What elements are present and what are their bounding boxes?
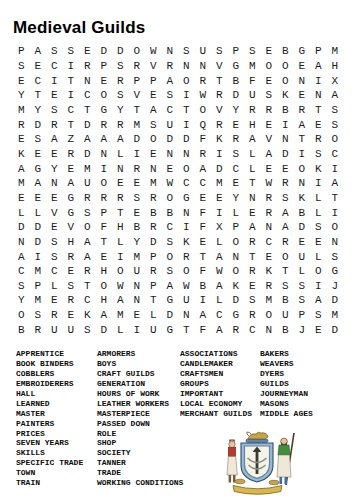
grid-cell-r2c6: P (96, 59, 113, 74)
grid-cell-r5c2: Y (30, 103, 47, 118)
grid-cell-r2c7: S (112, 59, 129, 74)
grid-cell-r9c3: Y (46, 161, 63, 176)
grid-cell-r4c15: U (244, 88, 261, 103)
grid-cell-r15c5: A (79, 249, 96, 264)
grid-cell-r7c16: V (261, 132, 278, 147)
grid-cell-r17c15: E (244, 279, 261, 294)
grid-cell-r6c2: D (30, 117, 47, 132)
word-list-item: SKILLS (16, 448, 83, 458)
grid-cell-r14c8: Y (129, 235, 146, 250)
grid-cell-r20c16: N (261, 322, 278, 337)
grid-cell-r16c13: W (211, 264, 228, 279)
grid-cell-r12c10: B (162, 205, 179, 220)
grid-cell-r1c10: N (162, 44, 179, 59)
grid-cell-r1c9: W (145, 44, 162, 59)
word-list-item: PRICES (16, 429, 83, 439)
grid-cell-r5c17: B (277, 103, 294, 118)
grid-cell-r15c16: E (261, 249, 278, 264)
grid-cell-r10c2: A (30, 176, 47, 191)
grid-cell-r12c15: E (244, 205, 261, 220)
grid-cell-r7c5: A (79, 132, 96, 147)
grid-cell-r8c20: C (327, 147, 344, 162)
grid-cell-r7c4: Z (63, 132, 80, 147)
word-list-column-3: ASSOCIATIONSCANDLEMAKERCRAFTSMENGROUPSIM… (180, 349, 252, 419)
page-title: Medieval Guilds (13, 18, 145, 38)
grid-cell-r18c5: C (79, 293, 96, 308)
grid-cell-r20c13: A (211, 322, 228, 337)
grid-cell-r12c20: I (327, 205, 344, 220)
grid-cell-r20c15: C (244, 322, 261, 337)
grid-cell-r16c6: H (96, 264, 113, 279)
grid-cell-r3c11: O (178, 73, 195, 88)
grid-cell-r6c3: R (46, 117, 63, 132)
grid-cell-r5c8: T (129, 103, 146, 118)
word-list-item: GENERATION (97, 379, 183, 389)
grid-cell-r15c15: T (244, 249, 261, 264)
grid-cell-r19c6: A (96, 308, 113, 323)
grid-cell-r6c12: Q (195, 117, 212, 132)
grid-cell-r16c3: C (46, 264, 63, 279)
grid-cell-r10c9: M (145, 176, 162, 191)
grid-cell-r6c17: I (277, 117, 294, 132)
grid-cell-r12c7: T (112, 205, 129, 220)
grid-cell-r3c8: P (129, 73, 146, 88)
grid-cell-r20c7: L (112, 322, 129, 337)
grid-cell-r6c13: R (211, 117, 228, 132)
grid-cell-r14c13: L (211, 235, 228, 250)
grid-cell-r5c18: R (294, 103, 311, 118)
grid-cell-r7c10: D (162, 132, 179, 147)
shield-icon (241, 443, 273, 482)
grid-cell-r7c2: S (30, 132, 47, 147)
grid-cell-r4c5: C (79, 88, 96, 103)
grid-cell-r9c17: E (277, 161, 294, 176)
grid-cell-r10c19: I (310, 176, 327, 191)
grid-cell-r13c12: F (195, 220, 212, 235)
grid-cell-r17c10: A (162, 279, 179, 294)
grid-cell-r7c11: D (178, 132, 195, 147)
grid-cell-r9c2: G (30, 161, 47, 176)
word-list-column-2: ARMORERSBOYSCRAFT GUILDSGENERATIONHOURS … (97, 349, 183, 488)
grid-cell-r17c20: J (327, 279, 344, 294)
grid-cell-r11c14: Y (228, 191, 245, 206)
grid-cell-r13c11: I (178, 220, 195, 235)
grid-cell-r13c18: D (294, 220, 311, 235)
grid-cell-r2c16: O (261, 59, 278, 74)
grid-cell-r5c13: V (211, 103, 228, 118)
grid-cell-r19c13: C (211, 308, 228, 323)
grid-cell-r20c12: F (195, 322, 212, 337)
grid-cell-r18c9: T (145, 293, 162, 308)
grid-cell-r20c3: U (46, 322, 63, 337)
word-list-item: WEAVERS (260, 359, 313, 369)
grid-cell-r13c2: D (30, 220, 47, 235)
grid-cell-r17c14: K (228, 279, 245, 294)
grid-cell-r7c8: D (129, 132, 146, 147)
grid-cell-r16c16: K (261, 264, 278, 279)
grid-cell-r5c5: T (79, 103, 96, 118)
grid-cell-r18c3: E (46, 293, 63, 308)
grid-cell-r13c10: C (162, 220, 179, 235)
grid-cell-r5c7: Y (112, 103, 129, 118)
grid-cell-r2c20: H (327, 59, 344, 74)
word-search-page: Medieval Guilds PASSEDDOWNSUSPSEBGPMSECI… (0, 0, 353, 500)
grid-cell-r3c5: N (79, 73, 96, 88)
grid-cell-r12c17: A (277, 205, 294, 220)
word-list-item: SOCIETY (97, 448, 183, 458)
grid-cell-r16c10: S (162, 264, 179, 279)
grid-cell-r18c16: M (261, 293, 278, 308)
grid-cell-r20c19: E (310, 322, 327, 337)
grid-cell-r18c19: A (310, 293, 327, 308)
grid-cell-r19c7: M (112, 308, 129, 323)
grid-cell-r16c1: C (13, 264, 30, 279)
grid-cell-r3c16: E (261, 73, 278, 88)
grid-cell-r7c15: A (244, 132, 261, 147)
grid-cell-r1c3: S (46, 44, 63, 59)
grid-cell-r8c11: N (178, 147, 195, 162)
grid-cell-r17c7: W (112, 279, 129, 294)
grid-cell-r8c18: I (294, 147, 311, 162)
word-list-item: SPECIFIC TRADE (16, 458, 83, 468)
grid-cell-r9c8: R (129, 161, 146, 176)
grid-cell-r15c4: R (63, 249, 80, 264)
grid-cell-r1c8: O (129, 44, 146, 59)
grid-cell-r6c1: R (13, 117, 30, 132)
word-list-item: TANNER (97, 458, 183, 468)
grid-cell-r1c13: S (211, 44, 228, 59)
grid-cell-r17c19: I (310, 279, 327, 294)
grid-cell-r1c11: S (178, 44, 195, 59)
grid-cell-r10c16: W (261, 176, 278, 191)
grid-cell-r10c8: E (129, 176, 146, 191)
grid-cell-r1c19: P (310, 44, 327, 59)
grid-cell-r11c12: E (195, 191, 212, 206)
grid-cell-r19c11: N (178, 308, 195, 323)
grid-cell-r20c14: R (228, 322, 245, 337)
grid-cell-r14c4: H (63, 235, 80, 250)
grid-cell-r6c16: E (261, 117, 278, 132)
grid-cell-r5c1: M (13, 103, 30, 118)
grid-cell-r9c12: A (195, 161, 212, 176)
grid-cell-r9c1: A (13, 161, 30, 176)
grid-cell-r3c2: C (30, 73, 47, 88)
grid-cell-r18c17: B (277, 293, 294, 308)
grid-cell-r16c5: R (79, 264, 96, 279)
grid-cell-r15c14: N (228, 249, 245, 264)
grid-cell-r4c19: N (310, 88, 327, 103)
grid-cell-r11c4: G (63, 191, 80, 206)
grid-cell-r12c14: L (228, 205, 245, 220)
grid-cell-r4c17: K (277, 88, 294, 103)
grid-cell-r18c11: U (178, 293, 195, 308)
grid-cell-r10c4: A (63, 176, 80, 191)
word-list-item: JOURNEYMAN (260, 389, 313, 399)
grid-cell-r6c9: S (145, 117, 162, 132)
grid-cell-r9c15: L (244, 161, 261, 176)
grid-cell-r8c13: I (211, 147, 228, 162)
grid-cell-r11c18: K (294, 191, 311, 206)
grid-cell-r8c19: S (310, 147, 327, 162)
grid-cell-r7c3: A (46, 132, 63, 147)
grid-cell-r11c2: E (30, 191, 47, 206)
grid-cell-r19c15: R (244, 308, 261, 323)
grid-cell-r17c2: P (30, 279, 47, 294)
grid-cell-r17c16: R (261, 279, 278, 294)
grid-cell-r6c18: A (294, 117, 311, 132)
grid-cell-r5c19: T (310, 103, 327, 118)
grid-cell-r8c12: R (195, 147, 212, 162)
grid-cell-r18c18: S (294, 293, 311, 308)
grid-cell-r9c4: E (63, 161, 80, 176)
grid-cell-r15c13: A (211, 249, 228, 264)
grid-cell-r19c1: O (13, 308, 30, 323)
grid-cell-r2c11: N (178, 59, 195, 74)
grid-cell-r16c15: R (244, 264, 261, 279)
grid-cell-r9c18: O (294, 161, 311, 176)
grid-cell-r1c2: A (30, 44, 47, 59)
grid-cell-r10c10: W (162, 176, 179, 191)
grid-cell-r13c15: A (244, 220, 261, 235)
grid-cell-r20c5: S (79, 322, 96, 337)
grid-cell-r14c7: L (112, 235, 129, 250)
grid-cell-r3c4: T (63, 73, 80, 88)
grid-cell-r15c11: R (178, 249, 195, 264)
grid-cell-r11c17: S (277, 191, 294, 206)
grid-cell-r13c9: R (145, 220, 162, 235)
grid-cell-r2c5: R (79, 59, 96, 74)
grid-cell-r10c6: O (96, 176, 113, 191)
grid-cell-r4c8: V (129, 88, 146, 103)
grid-cell-r3c14: B (228, 73, 245, 88)
grid-cell-r17c13: A (211, 279, 228, 294)
grid-cell-r19c2: S (30, 308, 47, 323)
grid-cell-r17c9: P (145, 279, 162, 294)
word-list-item: GROUPS (180, 379, 252, 389)
grid-cell-r12c19: L (310, 205, 327, 220)
grid-cell-r1c16: E (261, 44, 278, 59)
grid-cell-r15c3: S (46, 249, 63, 264)
grid-cell-r16c8: U (129, 264, 146, 279)
grid-cell-r6c7: R (112, 117, 129, 132)
grid-cell-r15c17: O (277, 249, 294, 264)
grid-cell-r11c16: R (261, 191, 278, 206)
grid-cell-r3c18: N (294, 73, 311, 88)
grid-cell-r2c13: V (211, 59, 228, 74)
grid-cell-r3c10: A (162, 73, 179, 88)
grid-cell-r20c10: G (162, 322, 179, 337)
grid-cell-r6c10: U (162, 117, 179, 132)
grid-cell-r3c19: I (310, 73, 327, 88)
grid-cell-r15c6: E (96, 249, 113, 264)
grid-cell-r1c18: G (294, 44, 311, 59)
grid-cell-r5c9: A (145, 103, 162, 118)
word-list-item: CRAFT GUILDS (97, 369, 183, 379)
grid-cell-r10c7: E (112, 176, 129, 191)
ornament-icon (269, 480, 279, 484)
grid-cell-r11c1: E (13, 191, 30, 206)
grid-cell-r2c18: E (294, 59, 311, 74)
grid-cell-r6c4: T (63, 117, 80, 132)
grid-cell-r9c5: M (79, 161, 96, 176)
grid-cell-r11c3: E (46, 191, 63, 206)
grid-cell-r7c20: O (327, 132, 344, 147)
grid-cell-r14c16: C (261, 235, 278, 250)
grid-cell-r13c5: O (79, 220, 96, 235)
grid-cell-r8c7: L (112, 147, 129, 162)
grid-cell-r19c5: K (79, 308, 96, 323)
grid-cell-r18c4: R (63, 293, 80, 308)
grid-cell-r20c1: B (13, 322, 30, 337)
grid-cell-r7c12: F (195, 132, 212, 147)
grid-cell-r6c5: D (79, 117, 96, 132)
grid-cell-r17c12: B (195, 279, 212, 294)
grid-cell-r1c17: B (277, 44, 294, 59)
word-list-item: BOOK BINDERS (16, 359, 83, 369)
grid-cell-r8c14: S (228, 147, 245, 162)
grid-cell-r8c2: E (30, 147, 47, 162)
grid-cell-r12c18: B (294, 205, 311, 220)
grid-cell-r11c6: R (96, 191, 113, 206)
word-list-item: MERCHANT GUILDS (180, 409, 252, 419)
grid-cell-r15c7: I (112, 249, 129, 264)
grid-cell-r4c2: T (30, 88, 47, 103)
grid-cell-r10c13: M (211, 176, 228, 191)
grid-cell-r2c4: I (63, 59, 80, 74)
grid-cell-r7c9: O (145, 132, 162, 147)
grid-cell-r1c6: D (96, 44, 113, 59)
grid-cell-r7c18: T (294, 132, 311, 147)
grid-cell-r13c19: S (310, 220, 327, 235)
grid-cell-r13c3: E (46, 220, 63, 235)
word-list-item: MIDDLE AGES (260, 409, 313, 419)
grid-cell-r17c3: L (46, 279, 63, 294)
grid-cell-r11c8: S (129, 191, 146, 206)
word-list-item: MASTER (16, 409, 83, 419)
ornament-icon (235, 479, 245, 483)
grid-cell-r5c20: S (327, 103, 344, 118)
word-list-item: MASTERPIECE (97, 409, 183, 419)
grid-cell-r1c5: E (79, 44, 96, 59)
grid-cell-r16c9: R (145, 264, 162, 279)
grid-cell-r12c8: E (129, 205, 146, 220)
grid-cell-r8c4: R (63, 147, 80, 162)
grid-cell-r17c11: W (178, 279, 195, 294)
grid-cell-r11c20: T (327, 191, 344, 206)
grid-cell-r12c9: B (145, 205, 162, 220)
word-list-item: CANDLEMAKER (180, 359, 252, 369)
grid-cell-r5c14: Y (228, 103, 245, 118)
grid-cell-r8c17: D (277, 147, 294, 162)
word-list-item: ARMORERS (97, 349, 183, 359)
grid-cell-r2c8: R (129, 59, 146, 74)
grid-cell-r3c7: R (112, 73, 129, 88)
grid-cell-r18c2: M (30, 293, 47, 308)
word-list-item: PASSED DOWN (97, 419, 183, 429)
grid-cell-r3c12: R (195, 73, 212, 88)
grid-cell-r1c14: P (228, 44, 245, 59)
grid-cell-r1c20: M (327, 44, 344, 59)
grid-cell-r5c3: S (46, 103, 63, 118)
grid-cell-r13c20: O (327, 220, 344, 235)
grid-cell-r8c6: N (96, 147, 113, 162)
grid-cell-r14c18: E (294, 235, 311, 250)
grid-cell-r14c10: S (162, 235, 179, 250)
grid-cell-r15c10: O (162, 249, 179, 264)
grid-cell-r19c18: P (294, 308, 311, 323)
word-list-item: TRAIN (16, 478, 83, 488)
left-supporter-figure (227, 440, 237, 483)
grid-cell-r17c1: S (13, 279, 30, 294)
grid-cell-r6c14: E (228, 117, 245, 132)
grid-cell-r14c3: S (46, 235, 63, 250)
word-list-item: MASONS (260, 399, 313, 409)
grid-cell-r8c9: E (145, 147, 162, 162)
grid-cell-r15c20: S (327, 249, 344, 264)
right-supporter-figure (277, 438, 291, 484)
grid-cell-r14c6: T (96, 235, 113, 250)
grid-cell-r20c20: D (327, 322, 344, 337)
grid-cell-r10c18: N (294, 176, 311, 191)
word-list-item: DYERS (260, 369, 313, 379)
grid-cell-r16c11: O (178, 264, 195, 279)
grid-cell-r9c19: K (310, 161, 327, 176)
grid-cell-r6c15: H (244, 117, 261, 132)
grid-cell-r16c18: L (294, 264, 311, 279)
grid-cell-r2c17: O (277, 59, 294, 74)
grid-cell-r7c1: E (13, 132, 30, 147)
grid-cell-r20c11: T (178, 322, 195, 337)
grid-cell-r14c9: D (145, 235, 162, 250)
grid-cell-r5c6: G (96, 103, 113, 118)
grid-cell-r16c20: G (327, 264, 344, 279)
grid-cell-r13c8: B (129, 220, 146, 235)
grid-cell-r2c12: N (195, 59, 212, 74)
grid-cell-r14c14: O (228, 235, 245, 250)
word-list-item: WORKING CONDITIONS (97, 478, 183, 488)
grid-cell-r3c17: O (277, 73, 294, 88)
grid-cell-r4c1: Y (13, 88, 30, 103)
grid-cell-r19c17: U (277, 308, 294, 323)
grid-cell-r19c10: D (162, 308, 179, 323)
grid-cell-r8c1: K (13, 147, 30, 162)
grid-cell-r9c7: N (112, 161, 129, 176)
grid-cell-r4c12: W (195, 88, 212, 103)
grid-cell-r19c16: O (261, 308, 278, 323)
grid-cell-r12c12: F (195, 205, 212, 220)
grid-cell-r17c6: O (96, 279, 113, 294)
grid-cell-r20c8: I (129, 322, 146, 337)
grid-cell-r17c18: S (294, 279, 311, 294)
motto-banner-icon (233, 486, 282, 495)
grid-cell-r2c9: V (145, 59, 162, 74)
grid-cell-r6c19: E (310, 117, 327, 132)
grid-cell-r11c9: R (145, 191, 162, 206)
grid-cell-r8c5: D (79, 147, 96, 162)
grid-cell-r11c15: N (244, 191, 261, 206)
grid-cell-r10c17: R (277, 176, 294, 191)
grid-cell-r14c1: N (13, 235, 30, 250)
word-list-item: HALL (16, 389, 83, 399)
grid-cell-r3c3: I (46, 73, 63, 88)
grid-cell-r11c13: E (211, 191, 228, 206)
grid-cell-r11c10: O (162, 191, 179, 206)
grid-cell-r4c9: E (145, 88, 162, 103)
grid-cell-r15c18: U (294, 249, 311, 264)
grid-cell-r17c17: S (277, 279, 294, 294)
grid-cell-r7c19: R (310, 132, 327, 147)
grid-cell-r14c2: D (30, 235, 47, 250)
